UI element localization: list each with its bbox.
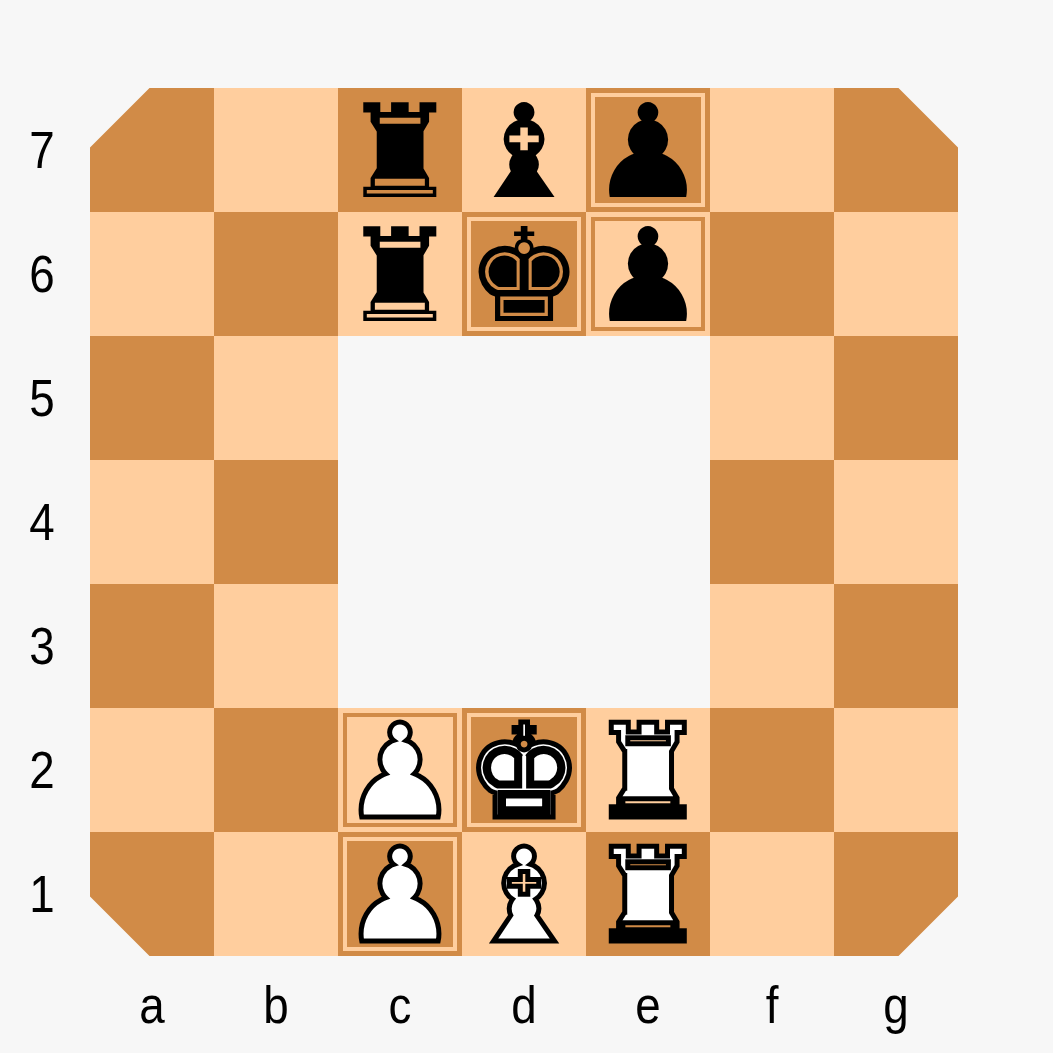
square-a4[interactable]: [90, 460, 214, 584]
square-g3[interactable]: [834, 584, 958, 708]
square-f5[interactable]: [710, 336, 834, 460]
square-c4: [338, 460, 462, 584]
rank-label-2: 2: [29, 744, 54, 796]
square-f6[interactable]: [710, 212, 834, 336]
piece-white-rook-e2[interactable]: ♜: [590, 710, 707, 834]
file-label-a: a: [139, 979, 164, 1031]
piece-white-rook-e1[interactable]: ♜: [590, 834, 707, 958]
square-d5: [462, 336, 586, 460]
square-d4: [462, 460, 586, 584]
rank-label-3: 3: [29, 620, 54, 672]
square-a7[interactable]: [90, 88, 214, 212]
file-label-b: b: [263, 979, 288, 1031]
piece-white-pawn-c2[interactable]: ♟: [342, 710, 459, 834]
square-e7[interactable]: ♟: [586, 88, 710, 212]
square-g6[interactable]: [834, 212, 958, 336]
file-label-d: d: [511, 979, 536, 1031]
square-b2[interactable]: [214, 708, 338, 832]
piece-white-pawn-c1[interactable]: ♟: [342, 834, 459, 958]
rank-label-4: 4: [29, 496, 54, 548]
square-d3: [462, 584, 586, 708]
rank-label-7: 7: [29, 124, 54, 176]
piece-white-bishop-d1[interactable]: ♝: [466, 834, 583, 958]
square-g1[interactable]: [834, 832, 958, 956]
file-label-e: e: [635, 979, 660, 1031]
square-b4[interactable]: [214, 460, 338, 584]
square-e5: [586, 336, 710, 460]
square-c7[interactable]: ♜: [338, 88, 462, 212]
piece-black-rook-c6[interactable]: ♜: [342, 214, 459, 338]
rank-label-1: 1: [29, 868, 54, 920]
square-f1[interactable]: [710, 832, 834, 956]
square-a3[interactable]: [90, 584, 214, 708]
piece-black-bishop-d7[interactable]: ♝: [466, 90, 583, 214]
square-f4[interactable]: [710, 460, 834, 584]
square-f2[interactable]: [710, 708, 834, 832]
piece-black-king-d6[interactable]: ♚: [466, 214, 583, 338]
square-b3[interactable]: [214, 584, 338, 708]
square-d6[interactable]: ♚: [462, 212, 586, 336]
square-d2[interactable]: ♚: [462, 708, 586, 832]
rank-label-5: 5: [29, 372, 54, 424]
square-a5[interactable]: [90, 336, 214, 460]
file-label-g: g: [883, 979, 908, 1031]
square-g7[interactable]: [834, 88, 958, 212]
square-c6[interactable]: ♜: [338, 212, 462, 336]
square-b1[interactable]: [214, 832, 338, 956]
square-d1[interactable]: ♝: [462, 832, 586, 956]
square-g4[interactable]: [834, 460, 958, 584]
square-c5: [338, 336, 462, 460]
file-label-f: f: [766, 979, 779, 1031]
square-e3: [586, 584, 710, 708]
chess-diagram: ♜♝♟♜♚♟♟♚♜♟♝♜ 7654321 abcdefg: [0, 0, 1053, 1053]
square-f3[interactable]: [710, 584, 834, 708]
square-f7[interactable]: [710, 88, 834, 212]
piece-black-rook-c7[interactable]: ♜: [342, 90, 459, 214]
chess-board: ♜♝♟♜♚♟♟♚♜♟♝♜: [90, 88, 958, 956]
square-e4: [586, 460, 710, 584]
square-e2[interactable]: ♜: [586, 708, 710, 832]
piece-white-king-d2[interactable]: ♚: [466, 710, 583, 834]
square-b7[interactable]: [214, 88, 338, 212]
square-c3: [338, 584, 462, 708]
square-g2[interactable]: [834, 708, 958, 832]
square-c2[interactable]: ♟: [338, 708, 462, 832]
square-e6[interactable]: ♟: [586, 212, 710, 336]
rank-label-6: 6: [29, 248, 54, 300]
square-e1[interactable]: ♜: [586, 832, 710, 956]
square-a1[interactable]: [90, 832, 214, 956]
square-g5[interactable]: [834, 336, 958, 460]
piece-black-pawn-e7[interactable]: ♟: [590, 90, 707, 214]
piece-black-pawn-e6[interactable]: ♟: [590, 214, 707, 338]
square-b5[interactable]: [214, 336, 338, 460]
square-d7[interactable]: ♝: [462, 88, 586, 212]
square-a2[interactable]: [90, 708, 214, 832]
square-b6[interactable]: [214, 212, 338, 336]
square-c1[interactable]: ♟: [338, 832, 462, 956]
file-label-c: c: [389, 979, 412, 1031]
square-a6[interactable]: [90, 212, 214, 336]
